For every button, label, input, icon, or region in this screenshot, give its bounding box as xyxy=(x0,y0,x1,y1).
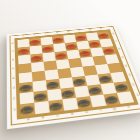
black-piece[interactable]: ⛂ xyxy=(47,78,60,90)
red-piece[interactable]: ⛂ xyxy=(30,37,41,46)
black-piece[interactable]: ⛂ xyxy=(114,81,129,93)
red-piece[interactable]: ⛂ xyxy=(53,35,64,44)
coordinate-label: 6 xyxy=(118,48,121,51)
coordinate-label: 4 xyxy=(125,65,128,68)
square-a7[interactable]: ⛂ xyxy=(18,47,31,56)
red-piece[interactable]: ⛂ xyxy=(55,50,67,60)
coordinate-label: 8 xyxy=(112,33,115,35)
board-mat: abcdefgh abcdefgh 87654321 87654321 ⛂⛂⛂⛂… xyxy=(7,24,140,129)
coordinate-label: e xyxy=(67,31,69,33)
square-h6[interactable]: ⛂ xyxy=(102,46,117,55)
coordinate-label: 2 xyxy=(13,98,16,102)
coordinate-label: f xyxy=(100,109,102,113)
coordinate-label: a xyxy=(22,35,24,37)
square-c7[interactable]: ⛂ xyxy=(41,44,54,53)
red-piece[interactable]: ⛂ xyxy=(88,39,101,48)
black-piece[interactable]: ⛂ xyxy=(61,87,75,99)
coordinate-label: 3 xyxy=(12,87,15,90)
coordinate-label: e xyxy=(85,111,88,115)
coordinate-label: d xyxy=(71,113,74,117)
square-b8[interactable]: ⛂ xyxy=(29,38,41,47)
square-h2[interactable]: ⛂ xyxy=(113,81,130,93)
coordinate-label: 5 xyxy=(121,56,124,59)
coordinate-label: 7 xyxy=(115,41,118,43)
red-piece[interactable]: ⛂ xyxy=(97,31,109,39)
board-frame: abcdefgh abcdefgh 87654321 87654321 ⛂⛂⛂⛂… xyxy=(10,26,140,126)
square-b1[interactable] xyxy=(34,101,50,114)
coordinate-label: 7 xyxy=(12,51,14,54)
red-piece[interactable]: ⛂ xyxy=(102,46,115,55)
coordinate-label: a xyxy=(27,118,30,122)
red-piece[interactable]: ⛂ xyxy=(31,53,43,63)
square-h8[interactable]: ⛂ xyxy=(97,31,111,39)
board-perspective-wrapper: abcdefgh abcdefgh 87654321 87654321 ⛂⛂⛂⛂… xyxy=(7,24,140,129)
coordinate-label: c xyxy=(45,33,47,35)
square-d8[interactable]: ⛂ xyxy=(52,36,65,45)
square-a1[interactable]: ⛂ xyxy=(20,103,35,116)
coordinate-label: 3 xyxy=(128,74,131,77)
coordinate-label: 8 xyxy=(11,43,13,45)
square-b2[interactable]: ⛂ xyxy=(33,90,48,102)
coordinate-label: g xyxy=(113,108,117,112)
red-piece[interactable]: ⛂ xyxy=(79,48,92,58)
red-piece[interactable]: ⛂ xyxy=(42,44,54,53)
coordinate-label: h xyxy=(127,106,131,110)
black-piece[interactable]: ⛂ xyxy=(20,81,33,93)
black-piece[interactable]: ⛂ xyxy=(49,99,63,112)
red-piece[interactable]: ⛂ xyxy=(18,46,29,55)
black-piece[interactable]: ⛂ xyxy=(34,90,47,103)
coordinate-label: 2 xyxy=(132,84,136,87)
coordinate-label: 1 xyxy=(136,94,140,97)
coordinate-label: 6 xyxy=(12,59,14,62)
black-piece[interactable]: ⛂ xyxy=(21,102,34,116)
red-piece[interactable]: ⛂ xyxy=(65,41,77,50)
square-c3[interactable]: ⛂ xyxy=(46,79,61,91)
black-piece[interactable]: ⛂ xyxy=(73,75,87,87)
coordinate-label: g xyxy=(89,29,92,31)
red-piece[interactable]: ⛂ xyxy=(75,33,87,42)
square-c1[interactable]: ⛂ xyxy=(48,99,64,112)
black-piece[interactable]: ⛂ xyxy=(77,96,92,109)
square-d6[interactable]: ⛂ xyxy=(54,51,68,61)
coordinate-label: 5 xyxy=(12,68,14,71)
coordinate-label: 4 xyxy=(12,77,15,80)
coordinate-label: 1 xyxy=(13,109,16,113)
coordinate-label: c xyxy=(57,115,60,119)
square-b6[interactable]: ⛂ xyxy=(30,53,43,63)
photo-background: abcdefgh abcdefgh 87654321 87654321 ⛂⛂⛂⛂… xyxy=(0,0,140,140)
coordinate-label: b xyxy=(42,116,45,120)
square-a3[interactable]: ⛂ xyxy=(19,82,33,94)
square-h1[interactable] xyxy=(117,91,134,103)
